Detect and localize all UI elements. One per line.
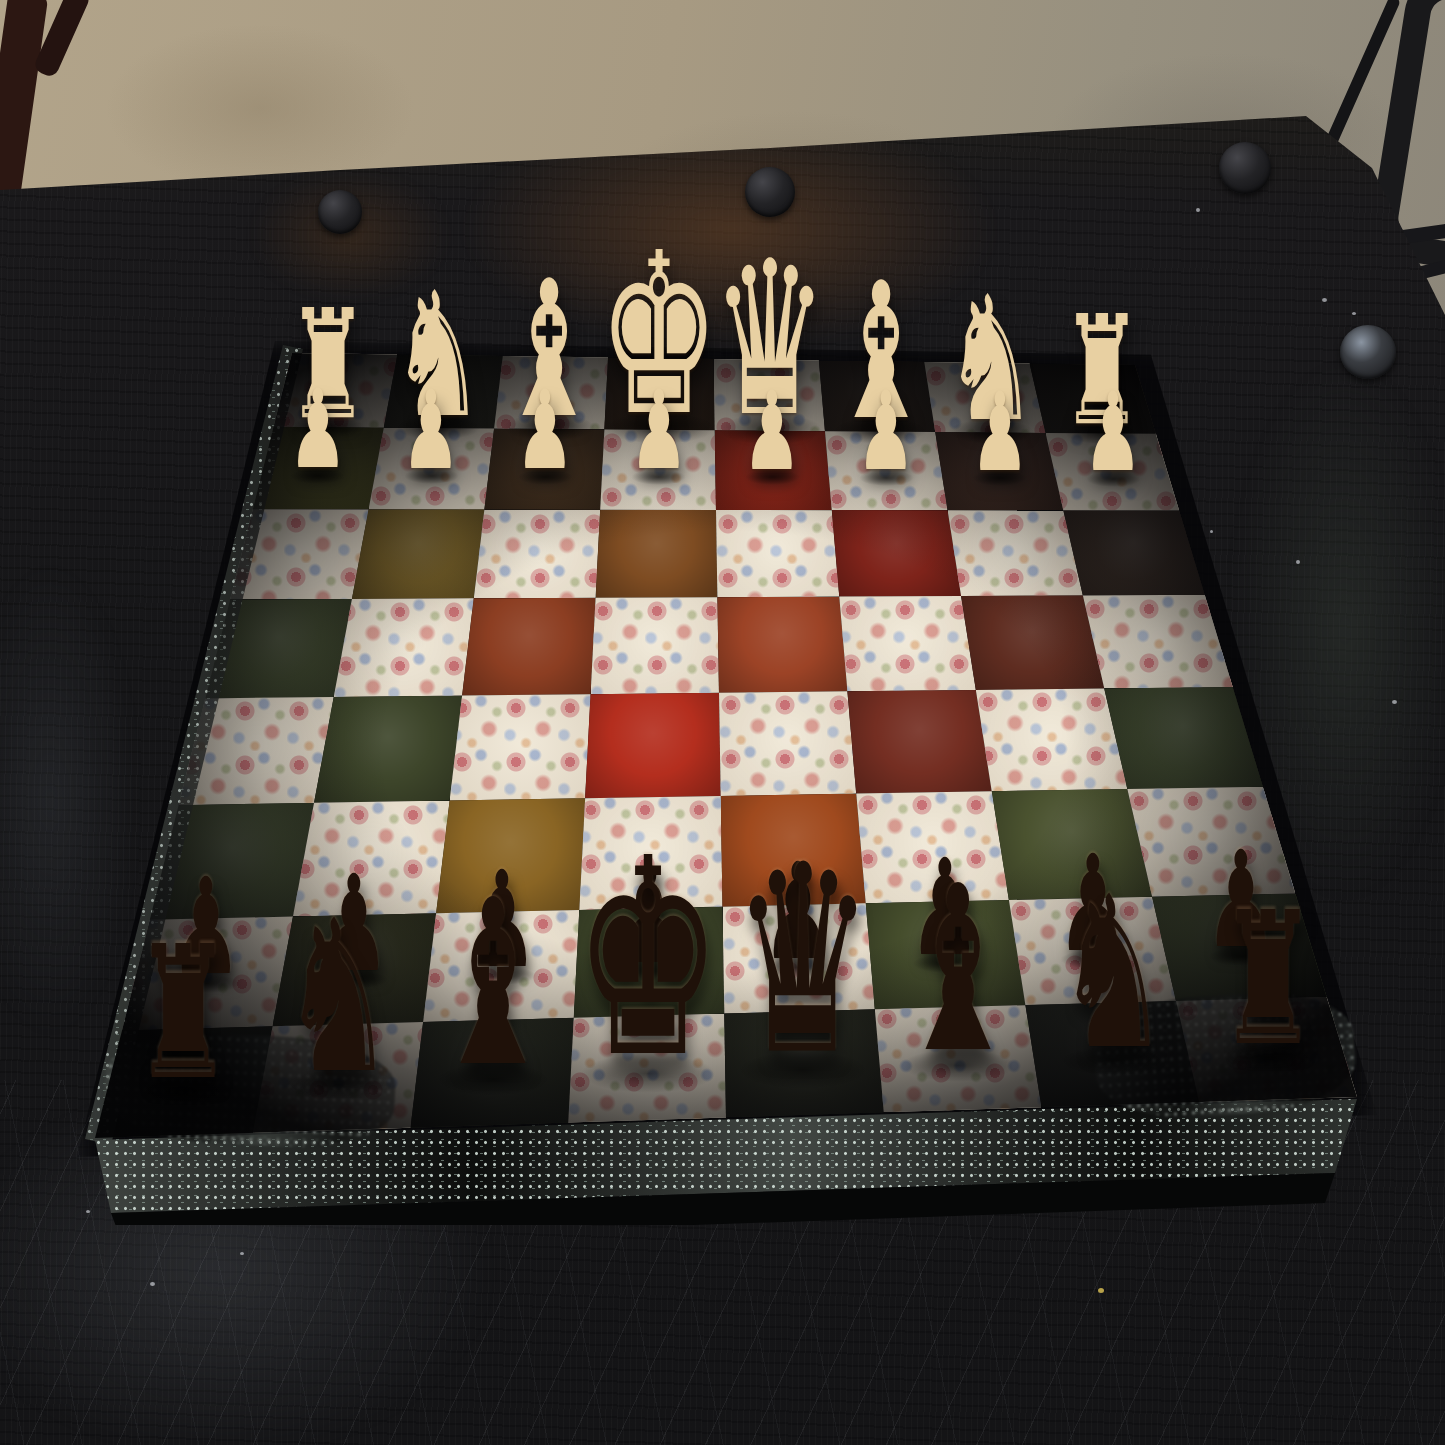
piece-white-pawn-g2[interactable]: ♟ bbox=[401, 376, 460, 485]
piece-black-knight-g8[interactable]: ♞ bbox=[281, 892, 395, 1102]
paint-speck bbox=[1352, 312, 1356, 315]
bolt-head-icon bbox=[318, 190, 362, 234]
chess-board: ♜♞♝♚♛♝♞♜♟♟♟♟♟♟♟♟♟♟♟♟♟♟♟♟♜♞♝♚♛♝♞♜ bbox=[85, 345, 1365, 1225]
chair-leg-left-icon bbox=[0, 0, 48, 204]
bolt-head-icon bbox=[745, 167, 795, 217]
photo-scene: ♜♞♝♚♛♝♞♜♟♟♟♟♟♟♟♟♟♟♟♟♟♟♟♟♜♞♝♚♛♝♞♜ bbox=[0, 0, 1445, 1445]
piece-white-pawn-d2[interactable]: ♟ bbox=[742, 377, 801, 486]
paint-speck bbox=[1392, 700, 1397, 704]
piece-white-pawn-a2[interactable]: ♟ bbox=[1083, 378, 1142, 487]
paint-speck bbox=[240, 1252, 244, 1255]
piece-black-queen-d8[interactable]: ♛ bbox=[732, 831, 873, 1091]
piece-white-pawn-h2[interactable]: ♟ bbox=[288, 375, 347, 484]
piece-black-bishop-f8[interactable]: ♝ bbox=[431, 869, 555, 1098]
pieces-layer: ♜♞♝♚♛♝♞♜♟♟♟♟♟♟♟♟♟♟♟♟♟♟♟♟♜♞♝♚♛♝♞♜ bbox=[85, 345, 1365, 1225]
piece-white-pawn-f2[interactable]: ♟ bbox=[515, 376, 574, 485]
piece-white-pawn-e2[interactable]: ♟ bbox=[629, 376, 688, 485]
bolt-head-icon bbox=[1219, 142, 1271, 194]
paint-speck bbox=[150, 1282, 155, 1286]
paint-speck bbox=[1196, 208, 1200, 212]
paint-speck bbox=[1322, 298, 1327, 302]
piece-white-pawn-c2[interactable]: ♟ bbox=[856, 377, 915, 486]
piece-white-pawn-b2[interactable]: ♟ bbox=[970, 378, 1029, 487]
piece-black-rook-h8[interactable]: ♜ bbox=[133, 922, 233, 1106]
piece-black-knight-b8[interactable]: ♞ bbox=[1056, 868, 1170, 1078]
debris-speck bbox=[1098, 1288, 1104, 1293]
piece-black-king-e8[interactable]: ♚ bbox=[574, 823, 722, 1095]
piece-black-rook-a8[interactable]: ♜ bbox=[1218, 888, 1318, 1072]
piece-black-bishop-c8[interactable]: ♝ bbox=[896, 855, 1020, 1084]
